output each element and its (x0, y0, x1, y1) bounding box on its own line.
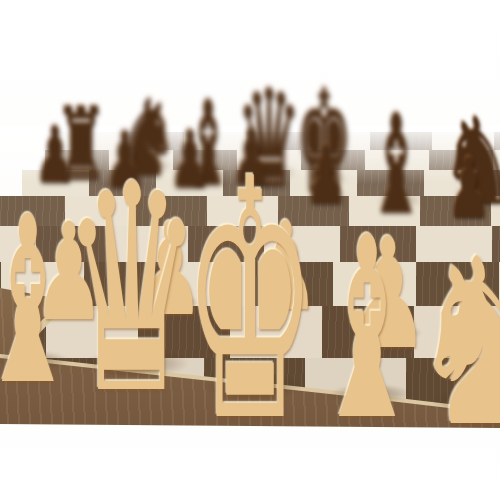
knight-glyph: ♞ (266, 228, 500, 459)
chess-set-photo: ♞♜♛♝♟♟♚♟♟♞♟♝♟♟♟♟♟♝♛♚♝♞ (0, 0, 500, 500)
